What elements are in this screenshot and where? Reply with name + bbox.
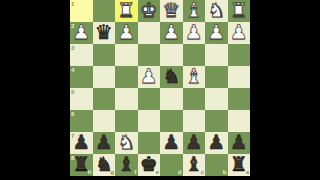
- square-a6[interactable]: [228, 110, 251, 132]
- white-pawn[interactable]: ♟: [207, 22, 225, 42]
- square-e5[interactable]: [138, 88, 161, 110]
- square-g4[interactable]: [93, 66, 116, 88]
- square-d3[interactable]: [160, 44, 183, 66]
- white-pawn[interactable]: ♟: [185, 22, 203, 42]
- rank-label-4: 4: [71, 67, 74, 73]
- rank-label-6: 6: [71, 111, 74, 117]
- black-rook[interactable]: ♜: [72, 154, 90, 174]
- square-a7[interactable]: ♟: [228, 132, 251, 154]
- square-c7[interactable]: ♟: [183, 132, 206, 154]
- square-h7[interactable]: 7♟: [70, 132, 93, 154]
- square-c2[interactable]: ♟: [183, 22, 206, 44]
- black-queen[interactable]: ♛: [95, 22, 113, 42]
- square-b3[interactable]: [205, 44, 228, 66]
- white-pawn[interactable]: ♟: [162, 22, 180, 42]
- square-a4[interactable]: [228, 66, 251, 88]
- square-c6[interactable]: [183, 110, 206, 132]
- white-pawn[interactable]: ♟: [117, 22, 135, 42]
- square-d1[interactable]: ♛: [160, 0, 183, 22]
- white-rook[interactable]: ♜: [117, 0, 135, 20]
- square-b1[interactable]: ♞: [205, 0, 228, 22]
- square-d5[interactable]: [160, 88, 183, 110]
- square-e2[interactable]: [138, 22, 161, 44]
- square-b7[interactable]: ♟: [205, 132, 228, 154]
- square-f4[interactable]: [115, 66, 138, 88]
- square-e4[interactable]: ♟: [138, 66, 161, 88]
- black-rook[interactable]: ♜: [230, 154, 248, 174]
- rank-label-5: 5: [71, 89, 74, 95]
- square-c8[interactable]: c♝: [183, 154, 206, 176]
- black-knight[interactable]: ♞: [95, 154, 113, 174]
- square-f8[interactable]: f♝: [115, 154, 138, 176]
- square-f6[interactable]: [115, 110, 138, 132]
- white-king[interactable]: ♚: [140, 0, 158, 20]
- square-e7[interactable]: [138, 132, 161, 154]
- square-f2[interactable]: ♟: [115, 22, 138, 44]
- black-pawn[interactable]: ♟: [185, 132, 203, 152]
- white-rook[interactable]: ♜: [230, 0, 248, 20]
- square-a1[interactable]: ♜: [228, 0, 251, 22]
- square-e8[interactable]: e♚: [138, 154, 161, 176]
- white-knight[interactable]: ♞: [207, 0, 225, 20]
- square-a8[interactable]: a♜: [228, 154, 251, 176]
- square-g8[interactable]: g♞: [93, 154, 116, 176]
- square-g6[interactable]: [93, 110, 116, 132]
- square-b6[interactable]: [205, 110, 228, 132]
- square-h2[interactable]: 2♟: [70, 22, 93, 44]
- square-f7[interactable]: ♞: [115, 132, 138, 154]
- square-d2[interactable]: ♟: [160, 22, 183, 44]
- rank-label-1: 1: [71, 1, 74, 7]
- white-bishop[interactable]: ♝: [185, 66, 203, 86]
- white-bishop[interactable]: ♝: [185, 0, 203, 20]
- square-g7[interactable]: ♟: [93, 132, 116, 154]
- square-d7[interactable]: ♟: [160, 132, 183, 154]
- square-e6[interactable]: [138, 110, 161, 132]
- square-h4[interactable]: 4: [70, 66, 93, 88]
- square-h5[interactable]: 5: [70, 88, 93, 110]
- white-queen[interactable]: ♛: [162, 0, 180, 20]
- white-knight[interactable]: ♞: [117, 132, 135, 152]
- white-pawn[interactable]: ♟: [230, 22, 248, 42]
- square-c1[interactable]: ♝: [183, 0, 206, 22]
- black-pawn[interactable]: ♟: [95, 132, 113, 152]
- black-king[interactable]: ♚: [140, 154, 158, 174]
- black-knight[interactable]: ♞: [162, 66, 180, 86]
- square-d6[interactable]: [160, 110, 183, 132]
- square-a5[interactable]: [228, 88, 251, 110]
- square-f3[interactable]: [115, 44, 138, 66]
- square-h1[interactable]: 1: [70, 0, 93, 22]
- square-c4[interactable]: ♝: [183, 66, 206, 88]
- square-f1[interactable]: ♜: [115, 0, 138, 22]
- white-pawn[interactable]: ♟: [72, 22, 90, 42]
- black-bishop[interactable]: ♝: [117, 154, 135, 174]
- square-c5[interactable]: [183, 88, 206, 110]
- square-g1[interactable]: [93, 0, 116, 22]
- square-b8[interactable]: b: [205, 154, 228, 176]
- square-g5[interactable]: [93, 88, 116, 110]
- square-d4[interactable]: ♞: [160, 66, 183, 88]
- black-pawn[interactable]: ♟: [162, 132, 180, 152]
- square-c3[interactable]: [183, 44, 206, 66]
- black-bishop[interactable]: ♝: [185, 154, 203, 174]
- square-h6[interactable]: 6: [70, 110, 93, 132]
- square-g2[interactable]: ♛: [93, 22, 116, 44]
- file-label-b: b: [223, 169, 227, 175]
- black-pawn[interactable]: ♟: [230, 132, 248, 152]
- square-b2[interactable]: ♟: [205, 22, 228, 44]
- file-label-d: d: [178, 169, 182, 175]
- square-b5[interactable]: [205, 88, 228, 110]
- square-b4[interactable]: [205, 66, 228, 88]
- square-h3[interactable]: 3: [70, 44, 93, 66]
- square-h8[interactable]: 8h♜: [70, 154, 93, 176]
- black-pawn[interactable]: ♟: [72, 132, 90, 152]
- white-pawn[interactable]: ♟: [140, 66, 158, 86]
- black-pawn[interactable]: ♟: [207, 132, 225, 152]
- square-d8[interactable]: d: [160, 154, 183, 176]
- rank-label-3: 3: [71, 45, 74, 51]
- square-g3[interactable]: [93, 44, 116, 66]
- square-a2[interactable]: ♟: [228, 22, 251, 44]
- square-e1[interactable]: ♚: [138, 0, 161, 22]
- square-f5[interactable]: [115, 88, 138, 110]
- square-e3[interactable]: [138, 44, 161, 66]
- square-a3[interactable]: [228, 44, 251, 66]
- chess-board[interactable]: 1♜♚♛♝♞♜2♟♛♟♟♟♟♟34♟♞♝567♟♟♞♟♟♟♟8h♜g♞f♝e♚d…: [70, 0, 250, 176]
- screenshot-background: 1♜♚♛♝♞♜2♟♛♟♟♟♟♟34♟♞♝567♟♟♞♟♟♟♟8h♜g♞f♝e♚d…: [0, 0, 320, 180]
